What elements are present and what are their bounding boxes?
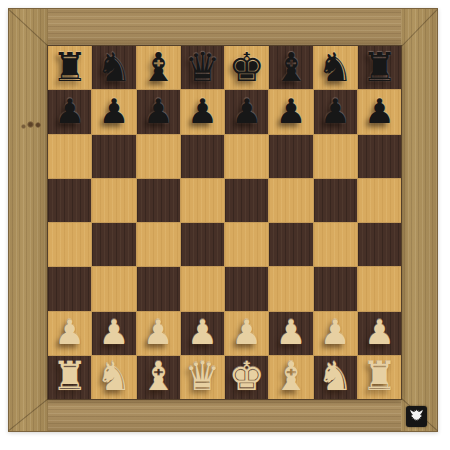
square-b5[interactable] [92,179,135,222]
square-a7[interactable]: ♟ [48,90,91,133]
square-f6[interactable] [269,135,312,178]
black-queen: ♛ [184,47,220,87]
black-bishop: ♝ [140,47,176,87]
white-pawn: ♟ [54,315,84,349]
square-a8[interactable]: ♜ [48,46,91,89]
product-photo-chess-set: ♜♞♝♛♚♝♞♜♟♟♟♟♟♟♟♟♟♟♟♟♟♟♟♟♜♞♝♛♚♝♞♜ [0,0,450,450]
square-d2[interactable]: ♟ [181,312,224,355]
black-knight: ♞ [317,47,353,87]
square-c1[interactable]: ♝ [137,356,180,399]
square-f1[interactable]: ♝ [269,356,312,399]
wood-knot [27,121,34,128]
black-pawn: ♟ [54,94,84,128]
square-d7[interactable]: ♟ [181,90,224,133]
black-knight: ♞ [96,47,132,87]
square-e8[interactable]: ♚ [225,46,268,89]
white-bishop: ♝ [140,356,176,396]
square-f4[interactable] [269,223,312,266]
square-e6[interactable] [225,135,268,178]
square-c3[interactable] [137,267,180,310]
frame-bottom-rail [48,399,401,431]
square-g2[interactable]: ♟ [314,312,357,355]
square-f5[interactable] [269,179,312,222]
white-pawn: ♟ [99,315,129,349]
square-b7[interactable]: ♟ [92,90,135,133]
square-h2[interactable]: ♟ [358,312,401,355]
square-h8[interactable]: ♜ [358,46,401,89]
square-c5[interactable] [137,179,180,222]
black-pawn: ♟ [99,94,129,128]
square-c2[interactable]: ♟ [137,312,180,355]
black-pawn: ♟ [143,94,173,128]
square-h3[interactable] [358,267,401,310]
black-king: ♚ [229,47,265,87]
white-knight: ♞ [317,356,353,396]
maker-logo-badge [406,406,427,427]
square-c8[interactable]: ♝ [137,46,180,89]
black-rook: ♜ [361,47,397,87]
black-rook: ♜ [52,47,88,87]
square-g7[interactable]: ♟ [314,90,357,133]
white-king: ♚ [229,356,265,396]
black-pawn: ♟ [364,94,394,128]
square-c6[interactable] [137,135,180,178]
square-a2[interactable]: ♟ [48,312,91,355]
square-d6[interactable] [181,135,224,178]
eagle-logo-icon [408,408,425,425]
square-e1[interactable]: ♚ [225,356,268,399]
square-h1[interactable]: ♜ [358,356,401,399]
white-pawn: ♟ [187,315,217,349]
square-a1[interactable]: ♜ [48,356,91,399]
square-h4[interactable] [358,223,401,266]
square-d5[interactable] [181,179,224,222]
white-knight: ♞ [96,356,132,396]
wood-knot [35,122,41,128]
square-f8[interactable]: ♝ [269,46,312,89]
white-bishop: ♝ [273,356,309,396]
square-a6[interactable] [48,135,91,178]
square-h6[interactable] [358,135,401,178]
white-pawn: ♟ [364,315,394,349]
square-f3[interactable] [269,267,312,310]
square-g8[interactable]: ♞ [314,46,357,89]
square-f7[interactable]: ♟ [269,90,312,133]
black-pawn: ♟ [187,94,217,128]
wood-knot [21,124,26,129]
frame-top-rail [48,9,401,46]
white-rook: ♜ [361,356,397,396]
white-pawn: ♟ [143,315,173,349]
square-e4[interactable] [225,223,268,266]
square-b4[interactable] [92,223,135,266]
square-b1[interactable]: ♞ [92,356,135,399]
white-rook: ♜ [52,356,88,396]
square-a3[interactable] [48,267,91,310]
square-b3[interactable] [92,267,135,310]
square-d4[interactable] [181,223,224,266]
chess-board: ♜♞♝♛♚♝♞♜♟♟♟♟♟♟♟♟♟♟♟♟♟♟♟♟♜♞♝♛♚♝♞♜ [47,45,402,400]
square-e3[interactable] [225,267,268,310]
square-e2[interactable]: ♟ [225,312,268,355]
square-b8[interactable]: ♞ [92,46,135,89]
frame-left-rail [9,9,48,431]
white-pawn: ♟ [231,315,261,349]
square-a5[interactable] [48,179,91,222]
black-pawn: ♟ [276,94,306,128]
square-b6[interactable] [92,135,135,178]
square-b2[interactable]: ♟ [92,312,135,355]
square-g5[interactable] [314,179,357,222]
square-h7[interactable]: ♟ [358,90,401,133]
white-queen: ♛ [184,356,220,396]
black-bishop: ♝ [273,47,309,87]
square-h5[interactable] [358,179,401,222]
frame-right-rail [401,9,437,431]
square-e7[interactable]: ♟ [225,90,268,133]
white-pawn: ♟ [320,315,350,349]
square-g1[interactable]: ♞ [314,356,357,399]
square-d8[interactable]: ♛ [181,46,224,89]
white-pawn: ♟ [276,315,306,349]
square-c7[interactable]: ♟ [137,90,180,133]
square-e5[interactable] [225,179,268,222]
square-f2[interactable]: ♟ [269,312,312,355]
square-g4[interactable] [314,223,357,266]
square-g6[interactable] [314,135,357,178]
black-pawn: ♟ [320,94,350,128]
square-c4[interactable] [137,223,180,266]
square-g3[interactable] [314,267,357,310]
square-d1[interactable]: ♛ [181,356,224,399]
square-a4[interactable] [48,223,91,266]
square-d3[interactable] [181,267,224,310]
black-pawn: ♟ [231,94,261,128]
